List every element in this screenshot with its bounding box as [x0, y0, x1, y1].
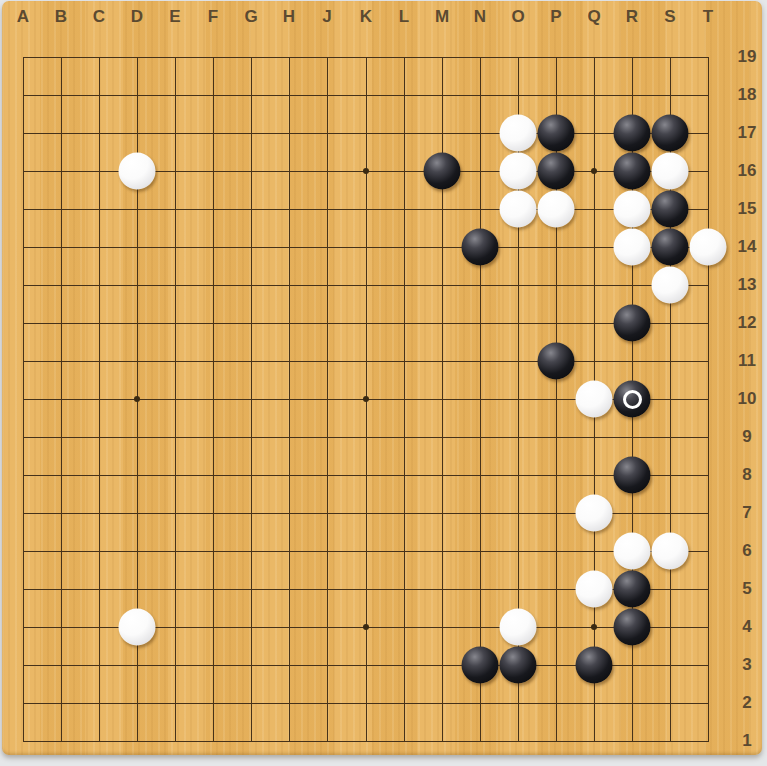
row-label-3: 3	[742, 655, 751, 675]
stone-T14-white[interactable]	[690, 229, 727, 266]
stone-R8-black[interactable]	[614, 457, 651, 494]
stone-N14-black[interactable]	[462, 229, 499, 266]
column-label-K: K	[360, 7, 372, 27]
stone-N3-black[interactable]	[462, 647, 499, 684]
row-label-13: 13	[738, 275, 757, 295]
column-label-T: T	[703, 7, 713, 27]
row-label-4: 4	[742, 617, 751, 637]
stone-O16-white[interactable]	[500, 153, 537, 190]
row-label-8: 8	[742, 465, 751, 485]
stone-S14-black[interactable]	[652, 229, 689, 266]
row-label-14: 14	[738, 237, 757, 257]
stone-R6-white[interactable]	[614, 533, 651, 570]
row-label-16: 16	[738, 161, 757, 181]
stone-S17-black[interactable]	[652, 115, 689, 152]
star-point-K10	[363, 396, 369, 402]
column-label-B: B	[55, 7, 67, 27]
last-move-marker	[623, 390, 642, 409]
column-label-N: N	[474, 7, 486, 27]
column-label-F: F	[208, 7, 218, 27]
grid-line-vertical	[708, 57, 709, 742]
column-label-J: J	[322, 7, 331, 27]
row-label-19: 19	[738, 47, 757, 67]
stone-S13-white[interactable]	[652, 267, 689, 304]
row-label-15: 15	[738, 199, 757, 219]
stone-R12-black[interactable]	[614, 305, 651, 342]
row-label-18: 18	[738, 85, 757, 105]
page-background: ABCDEFGHJKLMNOPQRST191817161514131211109…	[0, 0, 767, 766]
stone-R16-black[interactable]	[614, 153, 651, 190]
row-label-10: 10	[738, 389, 757, 409]
stone-P15-white[interactable]	[538, 191, 575, 228]
column-label-E: E	[169, 7, 180, 27]
grid-line-horizontal	[23, 741, 709, 742]
grid-line-vertical	[404, 57, 405, 742]
column-label-A: A	[17, 7, 29, 27]
row-label-6: 6	[742, 541, 751, 561]
row-label-7: 7	[742, 503, 751, 523]
stone-R14-white[interactable]	[614, 229, 651, 266]
column-label-G: G	[244, 7, 257, 27]
column-label-Q: Q	[587, 7, 600, 27]
column-label-H: H	[283, 7, 295, 27]
row-label-11: 11	[738, 351, 756, 371]
grid-line-horizontal	[23, 475, 709, 476]
stone-S6-white[interactable]	[652, 533, 689, 570]
stone-S16-white[interactable]	[652, 153, 689, 190]
column-label-D: D	[131, 7, 143, 27]
stone-M16-black[interactable]	[424, 153, 461, 190]
stone-S15-black[interactable]	[652, 191, 689, 228]
star-point-Q4	[591, 624, 597, 630]
stone-R10-black[interactable]	[614, 381, 651, 418]
column-label-L: L	[399, 7, 409, 27]
goban: ABCDEFGHJKLMNOPQRST191817161514131211109…	[2, 1, 762, 755]
row-label-5: 5	[742, 579, 751, 599]
row-label-12: 12	[738, 313, 757, 333]
star-point-K16	[363, 168, 369, 174]
column-label-P: P	[550, 7, 561, 27]
stone-R5-black[interactable]	[614, 571, 651, 608]
stone-P11-black[interactable]	[538, 343, 575, 380]
stone-R15-white[interactable]	[614, 191, 651, 228]
stone-Q7-white[interactable]	[576, 495, 613, 532]
stone-P17-black[interactable]	[538, 115, 575, 152]
row-label-17: 17	[738, 123, 757, 143]
row-label-1: 1	[742, 731, 751, 751]
stone-D4-white[interactable]	[119, 609, 156, 646]
star-point-K4	[363, 624, 369, 630]
column-label-R: R	[626, 7, 638, 27]
column-label-C: C	[93, 7, 105, 27]
stone-Q5-white[interactable]	[576, 571, 613, 608]
grid-line-horizontal	[23, 703, 709, 704]
stone-O4-white[interactable]	[500, 609, 537, 646]
row-label-2: 2	[742, 693, 751, 713]
column-label-M: M	[435, 7, 449, 27]
grid-line-horizontal	[23, 437, 709, 438]
stone-D16-white[interactable]	[119, 153, 156, 190]
star-point-Q16	[591, 168, 597, 174]
stone-Q10-white[interactable]	[576, 381, 613, 418]
stone-R17-black[interactable]	[614, 115, 651, 152]
row-label-9: 9	[742, 427, 751, 447]
grid-line-vertical	[480, 57, 481, 742]
stone-O15-white[interactable]	[500, 191, 537, 228]
grid-line-horizontal	[23, 551, 709, 552]
stone-R4-black[interactable]	[614, 609, 651, 646]
stone-O17-white[interactable]	[500, 115, 537, 152]
stone-Q3-black[interactable]	[576, 647, 613, 684]
star-point-D10	[134, 396, 140, 402]
column-label-S: S	[664, 7, 675, 27]
stone-O3-black[interactable]	[500, 647, 537, 684]
column-label-O: O	[511, 7, 524, 27]
stone-P16-black[interactable]	[538, 153, 575, 190]
